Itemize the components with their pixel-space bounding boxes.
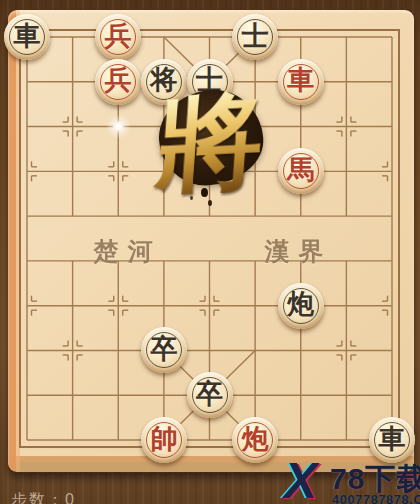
piece-character: 兵 [105,23,132,50]
last-move-sparkle-effect: ✦ [105,113,132,140]
step-counter-label: 步数：0 [11,490,76,504]
piece-character: 炮 [242,426,269,453]
piece-character: 卒 [196,381,223,408]
piece-red-兵[interactable]: 兵 [95,59,141,105]
piece-character: 兵 [105,67,132,94]
piece-red-馬[interactable]: 馬 [278,148,324,194]
piece-black-卒[interactable]: 卒 [141,327,187,373]
piece-red-炮[interactable]: 炮 [232,417,278,463]
piece-character: 車 [287,67,314,94]
piece-black-卒[interactable]: 卒 [187,372,233,418]
piece-red-兵[interactable]: 兵 [95,14,141,60]
piece-character: 車 [379,426,406,453]
watermark-phone: 4007787878.COM [332,493,420,504]
check-announcement-text: 將 [143,81,276,207]
piece-character: 炮 [287,291,314,318]
piece-black-車[interactable]: 車 [4,14,50,60]
xiangqi-app-screen: 楚河 漢界 車兵士兵将士車馬炮卒卒帥炮車 ✦ 將 步数：0 X 78下载 400… [0,0,420,504]
river-label-right: 漢界 [255,235,333,268]
watermark-x-logo-icon: X [284,456,317,504]
piece-black-士[interactable]: 士 [232,14,278,60]
watermark: X 78下载 4007787878.COM [284,458,420,504]
piece-character: 帥 [150,426,177,453]
sparkle-star-icon: ✦ [112,119,125,134]
river-label-left: 楚河 [84,235,162,268]
piece-red-帥[interactable]: 帥 [141,417,187,463]
piece-character: 卒 [150,336,177,363]
piece-character: 馬 [287,157,314,184]
piece-red-車[interactable]: 車 [278,59,324,105]
piece-black-車[interactable]: 車 [369,417,415,463]
piece-character: 士 [242,23,269,50]
piece-black-炮[interactable]: 炮 [278,283,324,329]
piece-character: 車 [14,23,41,50]
watermark-title: 78下载 [330,464,420,494]
